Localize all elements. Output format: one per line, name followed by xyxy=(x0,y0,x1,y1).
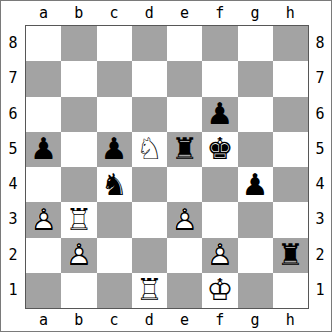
chess-diagram: abcdefgh abcdefgh 87654321 87654321 ♟♟♟♞… xyxy=(0,0,332,332)
piece-glyph: ♟ xyxy=(26,132,61,167)
file-label-bottom-h: h xyxy=(273,308,308,332)
square-e4[interactable] xyxy=(167,167,202,202)
piece-glyph: ♚ xyxy=(202,132,237,167)
square-g2[interactable] xyxy=(238,238,273,273)
square-f1[interactable]: ♚♔ xyxy=(202,273,237,308)
square-a1[interactable] xyxy=(26,273,61,308)
square-b4[interactable] xyxy=(61,167,96,202)
square-e3[interactable]: ♟♙ xyxy=(167,202,202,237)
square-c1[interactable] xyxy=(97,273,132,308)
square-c5[interactable]: ♟ xyxy=(97,132,132,167)
rank-label-left-2: 2 xyxy=(1,238,25,273)
square-h4[interactable] xyxy=(273,167,308,202)
piece-black-pawn[interactable]: ♟ xyxy=(97,132,132,167)
square-a3[interactable]: ♟♙ xyxy=(26,202,61,237)
file-labels-bottom: abcdefgh xyxy=(26,308,308,332)
square-e5[interactable]: ♜ xyxy=(167,132,202,167)
square-d1[interactable]: ♜♖ xyxy=(132,273,167,308)
rank-label-left-1: 1 xyxy=(1,273,25,308)
piece-white-pawn[interactable]: ♟♙ xyxy=(26,202,61,237)
rank-labels-right: 87654321 xyxy=(308,26,332,308)
piece-outline: ♖ xyxy=(61,202,96,237)
square-a2[interactable] xyxy=(26,238,61,273)
square-f8[interactable] xyxy=(202,26,237,61)
piece-glyph: ♟ xyxy=(97,132,132,167)
square-d7[interactable] xyxy=(132,61,167,96)
square-c6[interactable] xyxy=(97,97,132,132)
square-d2[interactable] xyxy=(132,238,167,273)
piece-white-knight[interactable]: ♞♘ xyxy=(132,132,167,167)
piece-black-pawn[interactable]: ♟ xyxy=(238,167,273,202)
square-b5[interactable] xyxy=(61,132,96,167)
piece-black-pawn[interactable]: ♟ xyxy=(202,97,237,132)
piece-black-rook[interactable]: ♜ xyxy=(167,132,202,167)
square-f2[interactable]: ♟♙ xyxy=(202,238,237,273)
rank-label-left-4: 4 xyxy=(1,167,25,202)
square-c4[interactable]: ♞ xyxy=(97,167,132,202)
rank-label-right-8: 8 xyxy=(308,26,332,61)
square-a7[interactable] xyxy=(26,61,61,96)
piece-black-king[interactable]: ♚ xyxy=(202,132,237,167)
piece-black-rook[interactable]: ♜ xyxy=(273,238,308,273)
square-d6[interactable] xyxy=(132,97,167,132)
rank-labels-left: 87654321 xyxy=(1,26,25,308)
square-g7[interactable] xyxy=(238,61,273,96)
square-g6[interactable] xyxy=(238,97,273,132)
piece-white-rook[interactable]: ♜♖ xyxy=(61,202,96,237)
square-g1[interactable] xyxy=(238,273,273,308)
file-label-bottom-g: g xyxy=(238,308,273,332)
square-b2[interactable]: ♟♙ xyxy=(61,238,96,273)
file-label-top-h: h xyxy=(273,1,308,25)
rank-label-left-5: 5 xyxy=(1,132,25,167)
chess-board: ♟♟♟♞♘♜♚♞♟♟♙♜♖♟♙♟♙♟♙♜♜♖♚♔ xyxy=(25,25,309,309)
square-h3[interactable] xyxy=(273,202,308,237)
square-h1[interactable] xyxy=(273,273,308,308)
square-a4[interactable] xyxy=(26,167,61,202)
rank-label-left-3: 3 xyxy=(1,202,25,237)
piece-black-pawn[interactable]: ♟ xyxy=(26,132,61,167)
square-e7[interactable] xyxy=(167,61,202,96)
piece-glyph: ♞ xyxy=(97,167,132,202)
piece-glyph: ♟ xyxy=(202,97,237,132)
piece-white-pawn[interactable]: ♟♙ xyxy=(61,238,96,273)
square-g3[interactable] xyxy=(238,202,273,237)
square-e2[interactable] xyxy=(167,238,202,273)
piece-outline: ♙ xyxy=(202,238,237,273)
rank-label-left-7: 7 xyxy=(1,61,25,96)
square-h7[interactable] xyxy=(273,61,308,96)
rank-label-left-8: 8 xyxy=(1,26,25,61)
square-g5[interactable] xyxy=(238,132,273,167)
file-label-top-a: a xyxy=(26,1,61,25)
file-label-top-f: f xyxy=(202,1,237,25)
square-e6[interactable] xyxy=(167,97,202,132)
square-c2[interactable] xyxy=(97,238,132,273)
piece-glyph: ♟ xyxy=(238,167,273,202)
square-f6[interactable]: ♟ xyxy=(202,97,237,132)
square-a6[interactable] xyxy=(26,97,61,132)
square-h8[interactable] xyxy=(273,26,308,61)
file-label-bottom-c: c xyxy=(97,308,132,332)
file-label-bottom-b: b xyxy=(61,308,96,332)
file-label-top-c: c xyxy=(97,1,132,25)
piece-white-pawn[interactable]: ♟♙ xyxy=(202,238,237,273)
square-d3[interactable] xyxy=(132,202,167,237)
square-b3[interactable]: ♜♖ xyxy=(61,202,96,237)
file-label-bottom-f: f xyxy=(202,308,237,332)
square-f7[interactable] xyxy=(202,61,237,96)
file-label-top-d: d xyxy=(132,1,167,25)
file-label-bottom-e: e xyxy=(167,308,202,332)
file-label-bottom-a: a xyxy=(26,308,61,332)
square-d5[interactable]: ♞♘ xyxy=(132,132,167,167)
square-c8[interactable] xyxy=(97,26,132,61)
piece-outline: ♔ xyxy=(202,273,237,308)
piece-outline: ♙ xyxy=(167,202,202,237)
file-label-top-e: e xyxy=(167,1,202,25)
square-d8[interactable] xyxy=(132,26,167,61)
square-b8[interactable] xyxy=(61,26,96,61)
square-a5[interactable]: ♟ xyxy=(26,132,61,167)
square-e1[interactable] xyxy=(167,273,202,308)
square-f4[interactable] xyxy=(202,167,237,202)
square-e8[interactable] xyxy=(167,26,202,61)
square-h2[interactable]: ♜ xyxy=(273,238,308,273)
square-g8[interactable] xyxy=(238,26,273,61)
square-c7[interactable] xyxy=(97,61,132,96)
rank-label-right-7: 7 xyxy=(308,61,332,96)
piece-white-pawn[interactable]: ♟♙ xyxy=(167,202,202,237)
piece-outline: ♘ xyxy=(132,132,167,167)
square-c3[interactable] xyxy=(97,202,132,237)
square-f5[interactable]: ♚ xyxy=(202,132,237,167)
square-b6[interactable] xyxy=(61,97,96,132)
piece-outline: ♙ xyxy=(61,238,96,273)
square-h5[interactable] xyxy=(273,132,308,167)
rank-label-right-5: 5 xyxy=(308,132,332,167)
square-f3[interactable] xyxy=(202,202,237,237)
piece-glyph: ♜ xyxy=(167,132,202,167)
piece-outline: ♙ xyxy=(26,202,61,237)
rank-label-left-6: 6 xyxy=(1,97,25,132)
rank-label-right-1: 1 xyxy=(308,273,332,308)
square-b7[interactable] xyxy=(61,61,96,96)
rank-label-right-6: 6 xyxy=(308,97,332,132)
square-d4[interactable] xyxy=(132,167,167,202)
rank-label-right-2: 2 xyxy=(308,238,332,273)
piece-outline: ♖ xyxy=(132,273,167,308)
file-label-top-b: b xyxy=(61,1,96,25)
square-b1[interactable] xyxy=(61,273,96,308)
square-h6[interactable] xyxy=(273,97,308,132)
square-g4[interactable]: ♟ xyxy=(238,167,273,202)
piece-black-knight[interactable]: ♞ xyxy=(97,167,132,202)
piece-white-king[interactable]: ♚♔ xyxy=(202,273,237,308)
rank-label-right-4: 4 xyxy=(308,167,332,202)
square-a8[interactable] xyxy=(26,26,61,61)
file-label-bottom-d: d xyxy=(132,308,167,332)
piece-white-rook[interactable]: ♜♖ xyxy=(132,273,167,308)
file-label-top-g: g xyxy=(238,1,273,25)
rank-label-right-3: 3 xyxy=(308,202,332,237)
piece-glyph: ♜ xyxy=(273,238,308,273)
file-labels-top: abcdefgh xyxy=(26,1,308,25)
